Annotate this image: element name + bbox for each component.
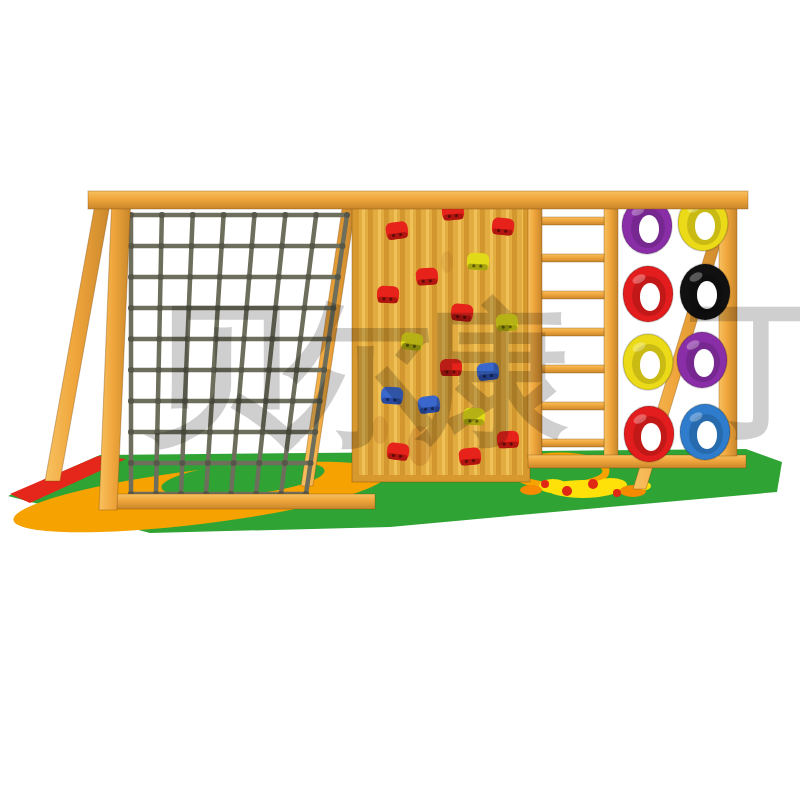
- ring-purple: [677, 332, 727, 388]
- ladder-left-rail: [528, 196, 542, 458]
- net-bottom-rail: [101, 494, 375, 509]
- top-rail: [88, 191, 748, 209]
- climbing-hold-red: [386, 442, 410, 462]
- climbing-hold-red: [491, 217, 514, 236]
- climbing-hold-yellow: [463, 408, 486, 426]
- playground-product-photo: 贝尔康 丁: [0, 0, 800, 800]
- ladder-right-rail: [604, 196, 618, 458]
- climbing-hold-blue: [476, 362, 500, 381]
- climbing-rings: [622, 195, 730, 462]
- climbing-hold-blue: [380, 386, 403, 404]
- climbing-hold-red: [440, 359, 462, 376]
- ring-black: [680, 264, 730, 320]
- climbing-hold-yellow: [496, 313, 519, 331]
- climbing-hold-red: [415, 267, 438, 285]
- ring-red: [623, 266, 673, 322]
- climbing-hold-yellow: [467, 252, 490, 270]
- climbing-hold-red: [458, 447, 481, 466]
- climbing-frame-illustration: [0, 0, 800, 800]
- ring-red: [624, 406, 674, 462]
- ladder-rungs: [542, 217, 604, 447]
- climbing-hold-red: [497, 430, 520, 448]
- climbing-hold-red: [450, 303, 474, 322]
- ring-blue: [680, 404, 730, 460]
- climbing-hold-red: [377, 286, 400, 304]
- ring-yellow: [623, 334, 673, 390]
- climbing-hold-blue: [417, 395, 441, 415]
